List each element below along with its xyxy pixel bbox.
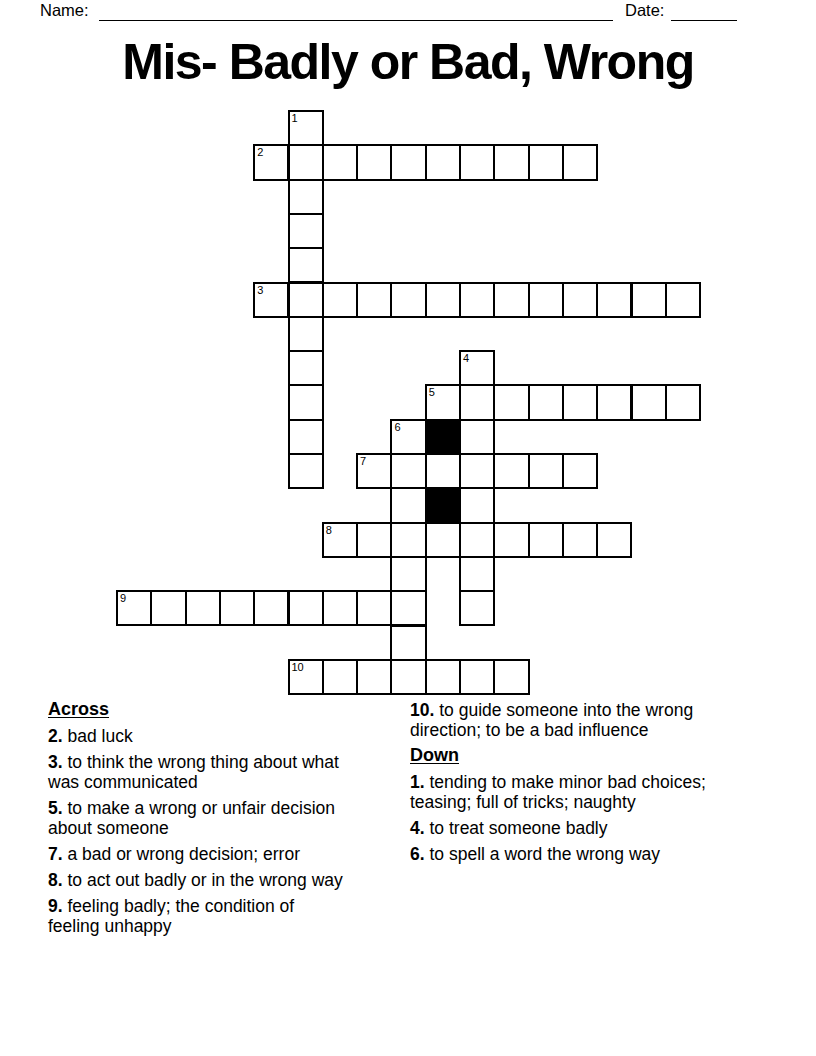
grid-cell[interactable] bbox=[356, 522, 392, 558]
grid-cell[interactable]: 8 bbox=[322, 522, 358, 558]
across-header: Across bbox=[48, 700, 350, 719]
clue-text: to treat someone badly bbox=[429, 818, 607, 838]
grid-cell[interactable] bbox=[390, 522, 426, 558]
clues-across-column: Across 2. bad luck 3. to think the wrong… bbox=[48, 700, 350, 942]
grid-cell[interactable] bbox=[562, 522, 598, 558]
grid-cell[interactable]: 10 bbox=[288, 659, 324, 695]
grid-cell[interactable] bbox=[596, 522, 632, 558]
clue-across-7: 7. a bad or wrong decision; error bbox=[48, 844, 350, 864]
grid-cell[interactable] bbox=[493, 453, 529, 489]
grid-cell[interactable] bbox=[288, 144, 324, 180]
grid-cell[interactable] bbox=[493, 144, 529, 180]
grid-cell[interactable] bbox=[288, 247, 324, 283]
grid-cell[interactable] bbox=[390, 590, 426, 626]
grid-cell[interactable] bbox=[425, 144, 461, 180]
clue-down-1: 1. tending to make minor bad choices; te… bbox=[410, 772, 712, 813]
clue-across-3: 3. to think the wrong thing about what w… bbox=[48, 752, 350, 793]
grid-cell[interactable] bbox=[288, 213, 324, 249]
grid-cell[interactable] bbox=[288, 419, 324, 455]
clue-across-5: 5. to make a wrong or unfair decision ab… bbox=[48, 798, 350, 839]
clue-text: tending to make minor bad choices; teasi… bbox=[410, 772, 706, 812]
clue-number: 8. bbox=[48, 870, 63, 890]
grid-cell[interactable]: 1 bbox=[288, 110, 324, 146]
grid-cell[interactable] bbox=[459, 590, 495, 626]
grid-cell[interactable] bbox=[528, 144, 564, 180]
clue-across-9: 9. feeling badly; the condition of feeli… bbox=[48, 896, 350, 937]
grid-cell[interactable] bbox=[562, 384, 598, 420]
clue-across-8: 8. to act out badly or in the wrong way bbox=[48, 870, 350, 890]
grid-cell[interactable] bbox=[493, 384, 529, 420]
grid-cell[interactable] bbox=[459, 144, 495, 180]
grid-cell[interactable]: 4 bbox=[459, 350, 495, 386]
grid-cell[interactable] bbox=[390, 659, 426, 695]
clue-number: 3. bbox=[48, 752, 63, 772]
cell-number: 2 bbox=[257, 146, 263, 159]
blocked-cell bbox=[425, 487, 461, 523]
cell-number: 1 bbox=[292, 112, 298, 125]
grid-cell[interactable] bbox=[631, 282, 667, 318]
grid-cell[interactable] bbox=[631, 384, 667, 420]
grid-cell[interactable] bbox=[493, 282, 529, 318]
clue-down-4: 4. to treat someone badly bbox=[410, 818, 712, 838]
clue-number: 9. bbox=[48, 896, 63, 916]
cell-number: 10 bbox=[292, 661, 304, 674]
grid-cell[interactable] bbox=[356, 659, 392, 695]
name-label: Name: bbox=[40, 1, 89, 20]
grid-cell[interactable] bbox=[322, 282, 358, 318]
grid-cell[interactable]: 5 bbox=[425, 384, 461, 420]
clue-text: to guide someone into the wrong directio… bbox=[410, 700, 693, 740]
cell-number: 7 bbox=[360, 455, 366, 468]
grid-cell[interactable]: 2 bbox=[253, 144, 289, 180]
grid-cell[interactable] bbox=[459, 556, 495, 592]
grid-cell[interactable] bbox=[493, 659, 529, 695]
grid-cell[interactable] bbox=[459, 487, 495, 523]
grid-cell[interactable] bbox=[596, 282, 632, 318]
grid-cell[interactable] bbox=[562, 282, 598, 318]
cell-number: 5 bbox=[429, 386, 435, 399]
cell-number: 6 bbox=[394, 421, 400, 434]
date-label: Date: bbox=[625, 1, 664, 20]
clue-text: to act out badly or in the wrong way bbox=[67, 870, 342, 890]
grid-cell[interactable] bbox=[288, 316, 324, 352]
grid-cell[interactable] bbox=[390, 453, 426, 489]
clue-number: 10. bbox=[410, 700, 434, 720]
grid-cell[interactable] bbox=[288, 350, 324, 386]
grid-cell[interactable] bbox=[665, 384, 701, 420]
grid-cell[interactable] bbox=[493, 522, 529, 558]
cell-number: 4 bbox=[463, 352, 469, 365]
grid-cell[interactable] bbox=[459, 659, 495, 695]
grid-cell[interactable] bbox=[150, 590, 186, 626]
grid-cell[interactable] bbox=[528, 282, 564, 318]
grid-cell[interactable] bbox=[459, 384, 495, 420]
grid-cell[interactable]: 7 bbox=[356, 453, 392, 489]
name-fill-line[interactable] bbox=[99, 2, 613, 21]
grid-cell[interactable]: 9 bbox=[116, 590, 152, 626]
grid-cell[interactable] bbox=[425, 522, 461, 558]
grid-cell[interactable] bbox=[322, 590, 358, 626]
down-header: Down bbox=[410, 746, 712, 765]
grid-cell[interactable] bbox=[390, 625, 426, 661]
page-title: Mis- Badly or Bad, Wrong bbox=[0, 33, 816, 91]
grid-cell[interactable] bbox=[665, 282, 701, 318]
grid-cell[interactable] bbox=[390, 487, 426, 523]
grid-cell[interactable] bbox=[253, 590, 289, 626]
clue-text: to make a wrong or unfair decision about… bbox=[48, 798, 335, 838]
grid-cell[interactable] bbox=[356, 282, 392, 318]
grid-cell[interactable] bbox=[459, 522, 495, 558]
grid-cell[interactable] bbox=[390, 282, 426, 318]
crossword-grid: 12345678910 bbox=[116, 110, 702, 696]
clue-number: 4. bbox=[410, 818, 425, 838]
grid-cell[interactable] bbox=[596, 384, 632, 420]
clue-down-6: 6. to spell a word the wrong way bbox=[410, 844, 712, 864]
grid-cell[interactable] bbox=[219, 590, 255, 626]
grid-cell[interactable] bbox=[459, 453, 495, 489]
clues-down-column: 10. to guide someone into the wrong dire… bbox=[410, 700, 712, 870]
grid-cell[interactable] bbox=[322, 659, 358, 695]
grid-cell[interactable] bbox=[425, 453, 461, 489]
grid-cell[interactable] bbox=[459, 282, 495, 318]
grid-cell[interactable] bbox=[425, 659, 461, 695]
grid-cell[interactable] bbox=[185, 590, 221, 626]
clue-text: to spell a word the wrong way bbox=[429, 844, 660, 864]
grid-cell[interactable] bbox=[425, 282, 461, 318]
grid-cell[interactable] bbox=[562, 453, 598, 489]
grid-cell[interactable]: 3 bbox=[253, 282, 289, 318]
clue-across-10: 10. to guide someone into the wrong dire… bbox=[410, 700, 712, 741]
clue-number: 6. bbox=[410, 844, 425, 864]
grid-cell[interactable] bbox=[288, 282, 324, 318]
clue-across-2: 2. bad luck bbox=[48, 726, 350, 746]
grid-cell[interactable] bbox=[390, 556, 426, 592]
cell-number: 8 bbox=[326, 524, 332, 537]
cell-number: 3 bbox=[257, 284, 263, 297]
grid-cell[interactable] bbox=[288, 590, 324, 626]
grid-cell[interactable] bbox=[322, 144, 358, 180]
grid-cell[interactable] bbox=[528, 522, 564, 558]
clue-number: 5. bbox=[48, 798, 63, 818]
grid-cell[interactable] bbox=[390, 144, 426, 180]
grid-cell[interactable] bbox=[459, 419, 495, 455]
grid-cell[interactable] bbox=[528, 453, 564, 489]
clue-text: to think the wrong thing about what was … bbox=[48, 752, 339, 792]
clue-text: a bad or wrong decision; error bbox=[67, 844, 299, 864]
grid-cell[interactable] bbox=[356, 144, 392, 180]
grid-cell[interactable] bbox=[562, 144, 598, 180]
clue-number: 1. bbox=[410, 772, 425, 792]
date-fill-line[interactable] bbox=[671, 2, 737, 21]
clue-text: feeling badly; the condition of feeling … bbox=[48, 896, 294, 936]
grid-cell[interactable] bbox=[288, 384, 324, 420]
grid-cell[interactable] bbox=[288, 453, 324, 489]
clue-number: 2. bbox=[48, 726, 63, 746]
grid-cell[interactable] bbox=[356, 590, 392, 626]
blocked-cell bbox=[425, 419, 461, 455]
clue-text: bad luck bbox=[67, 726, 132, 746]
grid-cell[interactable] bbox=[288, 179, 324, 215]
grid-cell[interactable] bbox=[528, 384, 564, 420]
cell-number: 9 bbox=[120, 592, 126, 605]
clue-number: 7. bbox=[48, 844, 63, 864]
grid-cell[interactable]: 6 bbox=[390, 419, 426, 455]
